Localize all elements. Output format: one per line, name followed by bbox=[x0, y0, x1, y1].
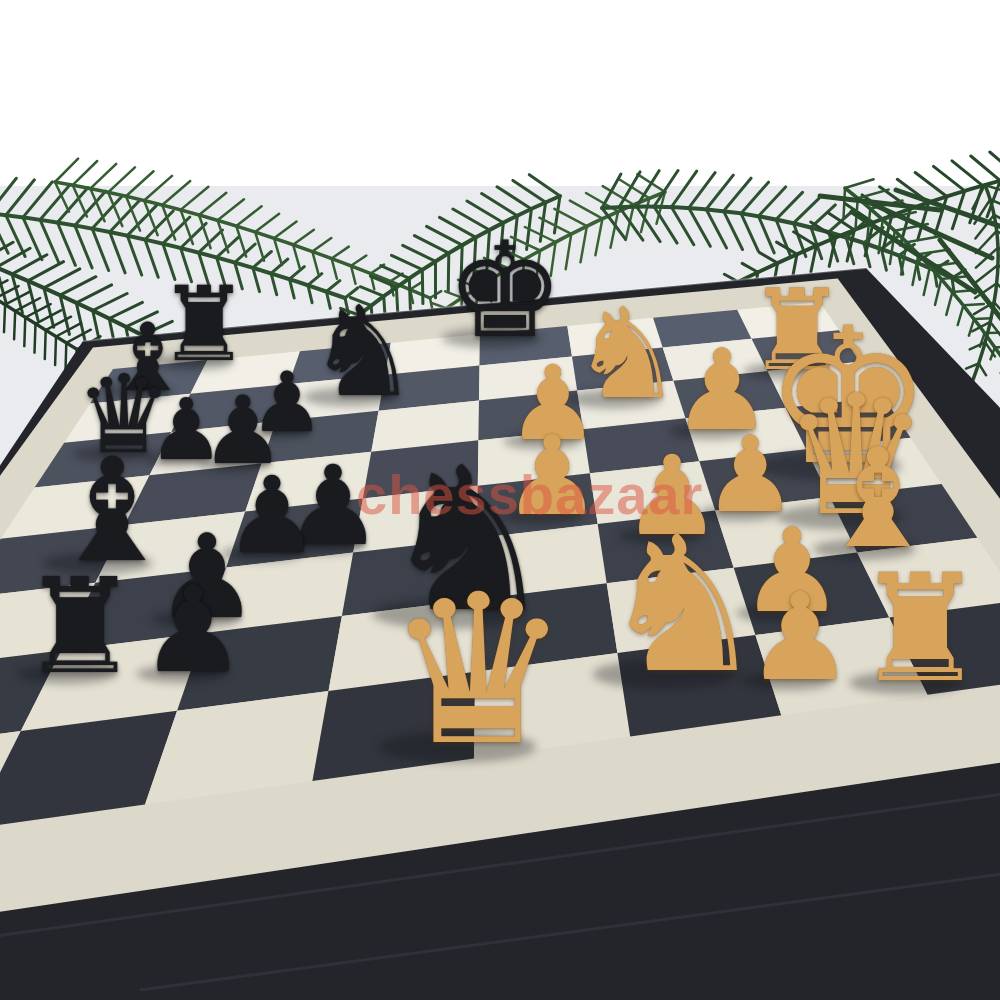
chess-set-product-photo: ♜♝♛♚♞♟♟♟♝♟♟♜♟♟♞♞♜♟♟♟♟♚♟♛♝♞♟♛♟♜ chessbaza… bbox=[0, 0, 1000, 1000]
piece-black-king-e8: ♚ bbox=[446, 224, 564, 356]
piece-white-queen-d1: ♛ bbox=[385, 567, 571, 774]
piece-black-rook-b2: ♜ bbox=[21, 560, 139, 692]
piece-white-pawn-g1: ♟ bbox=[746, 577, 854, 698]
piece-white-knight-f2: ♞ bbox=[599, 511, 768, 699]
piece-white-rook-h1: ♜ bbox=[854, 555, 987, 703]
watermark: chessbazaar bbox=[356, 462, 703, 527]
piece-black-pawn-c1: ♟ bbox=[140, 571, 247, 690]
